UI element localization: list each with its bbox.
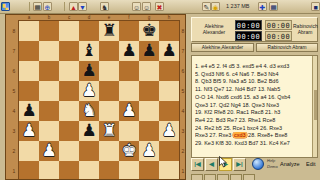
player-black-icon[interactable]: ☺ <box>142 2 151 11</box>
board-icon[interactable]: ▦ <box>33 2 42 11</box>
piece-black-pawn-h7[interactable]: ♟ <box>159 41 179 61</box>
current-move-highlight[interactable]: cxd3 <box>233 132 247 138</box>
rank-label-3: 3 <box>11 121 17 141</box>
rank-label-1: 1 <box>180 161 186 180</box>
moves-before-current[interactable]: Rxe3 27. Rxe3 <box>195 132 233 138</box>
app-icon[interactable]: ▚ <box>1 2 10 11</box>
square-a1[interactable] <box>19 161 39 180</box>
stop-icon[interactable]: ✖ <box>155 2 164 11</box>
square-e7[interactable] <box>99 41 119 61</box>
rank-label-7: 7 <box>180 41 186 61</box>
white-clock-bottom: 00:00 <box>235 31 262 41</box>
square-d5[interactable]: ♟ <box>79 81 99 101</box>
square-f2[interactable]: ♚ <box>119 141 139 161</box>
rank-label-4: 4 <box>180 101 186 121</box>
square-a3[interactable]: ♟ <box>19 121 39 141</box>
board-frame: abcdefgh 87654321 87654321 ♜♚♝♟♟♟♟♟♟♞♟♟♟… <box>5 14 186 180</box>
help-label[interactable]: Help <box>267 158 275 163</box>
square-c1[interactable] <box>59 161 79 180</box>
black-clock-top: 00:00 <box>265 20 292 30</box>
analyze-button[interactable]: Analyze <box>280 161 300 167</box>
square-g1[interactable] <box>139 161 159 180</box>
piece-white-pawn-d5[interactable]: ♟ <box>79 81 99 101</box>
square-c7[interactable] <box>59 41 79 61</box>
toolbar: ▚ ▦ ⊕ ▲ ▼ ♞ ☺ ☺ ✖ ✎ ◉ 1 237 MB ✚ ▦ ■ <box>0 0 320 14</box>
demo-icon[interactable] <box>252 158 264 170</box>
white-player-name: Alekhine Alexander <box>194 23 234 35</box>
square-a2[interactable] <box>19 141 39 161</box>
clock-down-icon[interactable]: ▼ <box>78 2 87 11</box>
square-c3[interactable] <box>59 121 79 141</box>
tab-white-player[interactable]: Alekhine,Alexander <box>191 43 254 52</box>
lamp-icon[interactable]: ◉ <box>211 2 220 11</box>
rank-label-1: 1 <box>11 161 17 180</box>
piece-white-rook-e3[interactable]: ♜ <box>99 121 119 141</box>
first-move-button[interactable]: |◀ <box>191 158 204 171</box>
mouse-cursor <box>219 156 228 168</box>
piece-black-pawn-d3[interactable]: ♟ <box>79 121 99 141</box>
piece-white-pawn-a3[interactable]: ♟ <box>19 121 39 141</box>
rank-label-8: 8 <box>11 21 17 41</box>
tab-black-player[interactable]: Rabinovich Abram <box>256 43 318 52</box>
piece-white-king-f2[interactable]: ♚ <box>119 141 139 161</box>
notation-scrollbar[interactable] <box>312 56 317 157</box>
square-f3[interactable] <box>119 121 139 141</box>
square-d4[interactable]: ♞ <box>79 101 99 121</box>
globe-icon[interactable]: ⊕ <box>43 2 52 11</box>
rank-label-4: 4 <box>11 101 17 121</box>
square-e2[interactable] <box>99 141 119 161</box>
square-h2[interactable] <box>159 141 179 161</box>
square-b2[interactable]: ♟ <box>39 141 59 161</box>
square-h5[interactable] <box>159 81 179 101</box>
square-f4[interactable]: ♟ <box>119 101 139 121</box>
square-a6[interactable] <box>19 61 39 81</box>
square-f8[interactable] <box>119 21 139 41</box>
square-h7[interactable]: ♟ <box>159 41 179 61</box>
piece-white-knight-d4[interactable]: ♞ <box>79 101 99 121</box>
bottom-tab[interactable] <box>204 174 216 180</box>
prev-move-button[interactable]: ◀ <box>205 158 218 171</box>
square-a8[interactable] <box>19 21 39 41</box>
square-a4[interactable]: ♟ <box>19 101 39 121</box>
piece-white-pawn-g2[interactable]: ♟ <box>139 141 159 161</box>
square-d1[interactable] <box>79 161 99 180</box>
piece-black-bishop-d7[interactable]: ♝ <box>79 41 99 61</box>
clock-up-icon[interactable]: ▲ <box>69 2 78 11</box>
black-clock-bottom: 00:00 <box>265 31 292 41</box>
square-h6[interactable] <box>159 61 179 81</box>
square-d2[interactable] <box>79 141 99 161</box>
square-f1[interactable] <box>119 161 139 180</box>
square-e5[interactable] <box>99 81 119 101</box>
bottom-tab[interactable] <box>243 174 255 180</box>
piece-white-pawn-b2[interactable]: ♟ <box>39 141 59 161</box>
clock-panel: Alekhine Alexander 00:00 00:00 00:00 00:… <box>191 17 318 42</box>
bottom-tab[interactable] <box>217 174 229 180</box>
piece-icon[interactable]: ♞ <box>100 2 109 11</box>
square-c5[interactable] <box>59 81 79 101</box>
bottom-tab[interactable] <box>191 174 203 180</box>
square-e4[interactable] <box>99 101 119 121</box>
square-e3[interactable]: ♜ <box>99 121 119 141</box>
square-h4[interactable] <box>159 101 179 121</box>
square-f5[interactable] <box>119 81 139 101</box>
rank-label-5: 5 <box>180 81 186 101</box>
notation-panel: 1. e4 e5 2. f4 d5 3. exd5 e4 4. d3 exd3 … <box>191 55 318 158</box>
square-b5[interactable] <box>39 81 59 101</box>
toolbar-separator <box>64 2 65 11</box>
square-g3[interactable] <box>139 121 159 141</box>
rank-label-3: 3 <box>180 121 186 141</box>
rank-label-2: 2 <box>180 141 186 161</box>
square-h3[interactable]: ♟ <box>159 121 179 141</box>
square-g5[interactable] <box>139 81 159 101</box>
square-e8[interactable]: ♜ <box>99 21 119 41</box>
square-d6[interactable]: ♟ <box>79 61 99 81</box>
square-e1[interactable] <box>99 161 119 180</box>
square-f6[interactable] <box>119 61 139 81</box>
exit-icon[interactable]: ■ <box>311 2 320 11</box>
piece-black-king-g8[interactable]: ♚ <box>139 21 159 41</box>
player-white-icon[interactable]: ☺ <box>132 2 141 11</box>
square-e6[interactable] <box>99 61 119 81</box>
square-b6[interactable] <box>39 61 59 81</box>
last-move-button[interactable]: ▶| <box>233 158 246 171</box>
square-h1[interactable] <box>159 161 179 180</box>
rank-label-6: 6 <box>11 61 17 81</box>
piece-black-pawn-g7[interactable]: ♟ <box>139 41 159 61</box>
square-c8[interactable] <box>59 21 79 41</box>
rank-label-6: 6 <box>180 61 186 81</box>
white-clock-top: 00:00 <box>235 20 262 30</box>
move-line[interactable]: 29. Ke3 Kf8 30. Kxd3 Bd7 31. Kc4 Ke7 <box>195 140 310 148</box>
square-d7[interactable]: ♝ <box>79 41 99 61</box>
square-c6[interactable] <box>59 61 79 81</box>
square-b3[interactable] <box>39 121 59 141</box>
square-g2[interactable]: ♟ <box>139 141 159 161</box>
square-c4[interactable] <box>59 101 79 121</box>
square-b1[interactable] <box>39 161 59 180</box>
edit-button[interactable]: Edit <box>306 161 319 167</box>
square-g8[interactable]: ♚ <box>139 21 159 41</box>
tools-icon[interactable]: ✎ <box>202 2 211 11</box>
piece-black-rook-e8[interactable]: ♜ <box>99 21 119 41</box>
black-player-name: Rabinovich Abram <box>293 23 317 35</box>
square-h8[interactable] <box>159 21 179 41</box>
square-b4[interactable] <box>39 101 59 121</box>
piece-black-pawn-f7[interactable]: ♟ <box>119 41 139 61</box>
chess-board: ♜♚♝♟♟♟♟♟♟♞♟♟♟♜♟♟♚♟ <box>18 20 180 180</box>
square-b8[interactable] <box>39 21 59 41</box>
square-a7[interactable] <box>19 41 39 61</box>
piece-black-pawn-a4[interactable]: ♟ <box>19 101 39 121</box>
grid-icon[interactable]: ▦ <box>269 2 278 11</box>
memory-indicator: 1 237 MB <box>226 3 250 9</box>
rank-label-8: 8 <box>180 21 186 41</box>
square-b7[interactable] <box>39 41 59 61</box>
square-d8[interactable] <box>79 21 99 41</box>
rank-label-5: 5 <box>11 81 17 101</box>
bottom-tab[interactable] <box>230 174 242 180</box>
square-g7[interactable]: ♟ <box>139 41 159 61</box>
square-c2[interactable] <box>59 141 79 161</box>
demo-label[interactable]: Demo <box>267 164 278 169</box>
piece-black-pawn-d6[interactable]: ♟ <box>79 61 99 81</box>
square-g4[interactable] <box>139 101 159 121</box>
piece-white-pawn-f4[interactable]: ♟ <box>119 101 139 121</box>
square-f7[interactable]: ♟ <box>119 41 139 61</box>
toolbar-separator <box>29 2 30 11</box>
scrollbar-thumb[interactable] <box>314 90 317 120</box>
puzzle-icon[interactable]: ✚ <box>258 2 267 11</box>
square-d3[interactable]: ♟ <box>79 121 99 141</box>
square-a5[interactable] <box>19 81 39 101</box>
rank-label-2: 2 <box>11 141 17 161</box>
chess-app: ▚ ▦ ⊕ ▲ ▼ ♞ ☺ ☺ ✖ ✎ ◉ 1 237 MB ✚ ▦ ■ abc… <box>0 0 320 180</box>
rank-label-7: 7 <box>11 41 17 61</box>
piece-white-pawn-h3[interactable]: ♟ <box>159 121 179 141</box>
square-g6[interactable] <box>139 61 159 81</box>
moves-after-current[interactable]: 28. Rxe8+ Bxe8 <box>247 132 288 138</box>
